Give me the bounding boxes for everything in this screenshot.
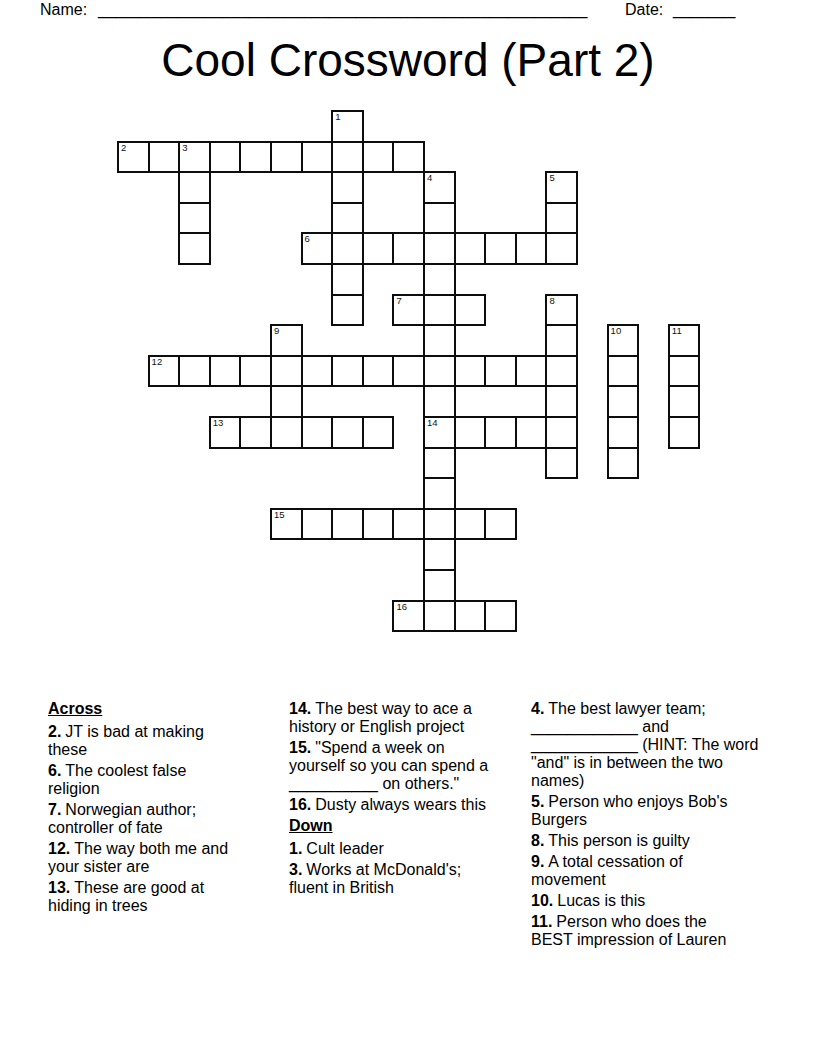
clue-text: "Spend a week on yourself so you can spe… xyxy=(289,739,488,792)
clue-number: 7. xyxy=(48,801,61,818)
clue-number: 11. xyxy=(531,913,552,930)
clue-across-2: 2.JT is bad at making these xyxy=(48,723,290,759)
clue-text: Lucas is this xyxy=(557,892,645,909)
clue-text: The best way to ace a history or English… xyxy=(289,700,472,735)
clue-column-3: 4.The best lawyer team; ____________ and… xyxy=(531,700,773,952)
clue-number: 12. xyxy=(48,840,70,857)
date-label: Date: xyxy=(625,1,663,19)
grid-cell-r4c10[interactable] xyxy=(423,232,456,265)
grid-cell-r4c14[interactable] xyxy=(545,232,578,265)
grid-cell-r11c10[interactable] xyxy=(423,447,456,480)
grid-cell-r8c7[interactable] xyxy=(331,355,364,388)
clue-number: 10. xyxy=(531,892,553,909)
across-header: Across xyxy=(48,700,290,718)
cell-number-16: 16 xyxy=(396,602,407,612)
grid-cell-r1c5[interactable] xyxy=(270,141,303,174)
clue-number: 5. xyxy=(531,793,544,810)
clue-down-4: 4.The best lawyer team; ____________ and… xyxy=(531,700,773,790)
clue-number: 14. xyxy=(289,700,311,717)
grid-cell-r6c7[interactable] xyxy=(331,294,364,327)
grid-cell-r2c7[interactable] xyxy=(331,171,364,204)
clue-number: 6. xyxy=(48,762,61,779)
grid-cell-r11c16[interactable] xyxy=(607,447,640,480)
grid-cell-r3c10[interactable] xyxy=(423,202,456,235)
grid-cell-r1c4[interactable] xyxy=(239,141,272,174)
grid-cell-r6c10[interactable] xyxy=(423,294,456,327)
name-blank-line: ________________________________________… xyxy=(98,1,587,19)
cell-number-14: 14 xyxy=(427,418,438,428)
clue-number: 8. xyxy=(531,832,544,849)
down-header: Down xyxy=(289,817,531,835)
clue-text: The way both me and your sister are xyxy=(48,840,228,875)
grid-cell-r8c5[interactable] xyxy=(270,355,303,388)
grid-cell-r14c10[interactable] xyxy=(423,538,456,571)
cell-number-1: 1 xyxy=(335,112,340,122)
clue-number: 15. xyxy=(289,739,311,756)
grid-cell-r10c11[interactable] xyxy=(454,416,487,449)
page-title: Cool Crossword (Part 2) xyxy=(0,34,816,86)
clue-number: 3. xyxy=(289,861,302,878)
cell-number-5: 5 xyxy=(549,173,554,183)
grid-cell-r8c14[interactable] xyxy=(545,355,578,388)
clue-number: 1. xyxy=(289,840,302,857)
grid-cell-r8c16[interactable] xyxy=(607,355,640,388)
grid-cell-r13c12[interactable] xyxy=(484,508,517,541)
clue-text: The coolest false religion xyxy=(48,762,186,797)
clue-down-3: 3.Works at McDonald's; fluent in British xyxy=(289,861,531,897)
grid-cell-r4c11[interactable] xyxy=(454,232,487,265)
cell-number-6: 6 xyxy=(305,234,310,244)
grid-cell-r12c10[interactable] xyxy=(423,477,456,510)
grid-cell-r10c8[interactable] xyxy=(362,416,395,449)
cell-number-15: 15 xyxy=(274,510,285,520)
clue-text: The best lawyer team; ____________ and _… xyxy=(531,700,758,789)
grid-cell-r10c12[interactable] xyxy=(484,416,517,449)
clue-text: Cult leader xyxy=(306,840,383,857)
cell-number-13: 13 xyxy=(213,418,224,428)
grid-cell-r5c10[interactable] xyxy=(423,263,456,296)
grid-cell-r13c6[interactable] xyxy=(301,508,334,541)
grid-cell-r1c6[interactable] xyxy=(301,141,334,174)
clue-text: Person who enjoys Bob's Burgers xyxy=(531,793,728,828)
clue-across-12: 12.The way both me and your sister are xyxy=(48,840,290,876)
clue-down-8: 8.This person is guilty xyxy=(531,832,773,850)
clue-across-16: 16.Dusty always wears this xyxy=(289,796,531,814)
clue-number: 2. xyxy=(48,723,61,740)
grid-cell-r13c8[interactable] xyxy=(362,508,395,541)
grid-cell-r10c7[interactable] xyxy=(331,416,364,449)
grid-cell-r8c12[interactable] xyxy=(484,355,517,388)
grid-cell-r10c6[interactable] xyxy=(301,416,334,449)
grid-cell-r9c14[interactable] xyxy=(545,385,578,418)
clue-across-14: 14.The best way to ace a history or Engl… xyxy=(289,700,531,736)
grid-cell-r1c9[interactable] xyxy=(392,141,425,174)
grid-cell-r7c14[interactable] xyxy=(545,324,578,357)
grid-cell-r3c2[interactable] xyxy=(178,202,211,235)
cell-number-7: 7 xyxy=(396,296,401,306)
down-clues-part2: 4.The best lawyer team; ____________ and… xyxy=(531,700,773,949)
grid-cell-r1c8[interactable] xyxy=(362,141,395,174)
clue-column-2: 14.The best way to ace a history or Engl… xyxy=(289,700,531,900)
grid-cell-r8c9[interactable] xyxy=(392,355,425,388)
date-blank-line: _______ xyxy=(673,1,735,19)
grid-cell-r8c8[interactable] xyxy=(362,355,395,388)
grid-cell-r1c3[interactable] xyxy=(209,141,242,174)
grid-cell-r1c1[interactable] xyxy=(148,141,181,174)
grid-cell-r8c3[interactable] xyxy=(209,355,242,388)
grid-cell-r11c14[interactable] xyxy=(545,447,578,480)
grid-cell-r4c12[interactable] xyxy=(484,232,517,265)
clue-number: 13. xyxy=(48,879,70,896)
clue-down-5: 5.Person who enjoys Bob's Burgers xyxy=(531,793,773,829)
grid-cell-r10c13[interactable] xyxy=(515,416,548,449)
grid-cell-r16c12[interactable] xyxy=(484,600,517,633)
cell-number-10: 10 xyxy=(611,326,622,336)
grid-cell-r2c2[interactable] xyxy=(178,171,211,204)
grid-cell-r13c10[interactable] xyxy=(423,508,456,541)
clue-down-9: 9.A total cessation of movement xyxy=(531,853,773,889)
grid-cell-r8c10[interactable] xyxy=(423,355,456,388)
grid-cell-r9c18[interactable] xyxy=(668,385,701,418)
grid-cell-r13c11[interactable] xyxy=(454,508,487,541)
name-label: Name: xyxy=(40,1,87,19)
clue-across-15: 15."Spend a week on yourself so you can … xyxy=(289,739,531,793)
clue-text: Works at McDonald's; fluent in British xyxy=(289,861,461,896)
grid-cell-r8c13[interactable] xyxy=(515,355,548,388)
grid-cell-r8c2[interactable] xyxy=(178,355,211,388)
grid-cell-r13c7[interactable] xyxy=(331,508,364,541)
grid-cell-r9c10[interactable] xyxy=(423,385,456,418)
grid-cell-r5c7[interactable] xyxy=(331,263,364,296)
grid-cell-r9c16[interactable] xyxy=(607,385,640,418)
grid-cell-r7c10[interactable] xyxy=(423,324,456,357)
grid-cell-r16c11[interactable] xyxy=(454,600,487,633)
cell-number-9: 9 xyxy=(274,326,279,336)
clue-text: Norwegian author; controller of fate xyxy=(48,801,196,836)
down-clues-part1: 1.Cult leader3.Works at McDonald's; flue… xyxy=(289,840,531,897)
clue-across-7: 7.Norwegian author; controller of fate xyxy=(48,801,290,837)
crossword-grid: 12345678910111213141516 xyxy=(117,110,701,634)
cell-number-4: 4 xyxy=(427,173,432,183)
grid-cell-r10c16[interactable] xyxy=(607,416,640,449)
cell-number-3: 3 xyxy=(182,143,187,153)
grid-cell-r10c18[interactable] xyxy=(668,416,701,449)
grid-cell-r4c13[interactable] xyxy=(515,232,548,265)
cell-number-8: 8 xyxy=(549,296,554,306)
clue-text: A total cessation of movement xyxy=(531,853,683,888)
clue-across-6: 6.The coolest false religion xyxy=(48,762,290,798)
grid-cell-r3c14[interactable] xyxy=(545,202,578,235)
clue-down-10: 10.Lucas is this xyxy=(531,892,773,910)
grid-cell-r6c11[interactable] xyxy=(454,294,487,327)
clue-text: This person is guilty xyxy=(548,832,689,849)
clue-number: 16. xyxy=(289,796,311,813)
crossword-worksheet-page: { "page": { "name_label": "Name:", "name… xyxy=(0,0,816,1056)
grid-cell-r13c9[interactable] xyxy=(392,508,425,541)
grid-cell-r4c9[interactable] xyxy=(392,232,425,265)
grid-cell-r10c5[interactable] xyxy=(270,416,303,449)
grid-cell-r4c8[interactable] xyxy=(362,232,395,265)
grid-cell-r1c7[interactable] xyxy=(331,141,364,174)
grid-cell-r8c11[interactable] xyxy=(454,355,487,388)
clue-text: These are good at hiding in trees xyxy=(48,879,204,914)
clue-text: JT is bad at making these xyxy=(48,723,204,758)
grid-cell-r4c2[interactable] xyxy=(178,232,211,265)
clue-down-1: 1.Cult leader xyxy=(289,840,531,858)
grid-cell-r10c4[interactable] xyxy=(239,416,272,449)
grid-cell-r3c7[interactable] xyxy=(331,202,364,235)
across-clues-part1: 2.JT is bad at making these6.The coolest… xyxy=(48,723,290,915)
clue-text: Person who does the BEST impression of L… xyxy=(531,913,726,948)
cell-number-12: 12 xyxy=(152,357,163,367)
grid-cell-r8c6[interactable] xyxy=(301,355,334,388)
clue-down-11: 11.Person who does the BEST impression o… xyxy=(531,913,773,949)
grid-cell-r8c4[interactable] xyxy=(239,355,272,388)
cell-number-2: 2 xyxy=(121,143,126,153)
grid-cell-r16c10[interactable] xyxy=(423,600,456,633)
grid-cell-r4c7[interactable] xyxy=(331,232,364,265)
grid-cell-r15c10[interactable] xyxy=(423,569,456,602)
clue-column-1: Across 2.JT is bad at making these6.The … xyxy=(48,700,290,918)
clue-number: 4. xyxy=(531,700,544,717)
clue-text: Dusty always wears this xyxy=(315,796,486,813)
grid-cell-r10c14[interactable] xyxy=(545,416,578,449)
clue-across-13: 13.These are good at hiding in trees xyxy=(48,879,290,915)
clue-number: 9. xyxy=(531,853,544,870)
across-clues-part2: 14.The best way to ace a history or Engl… xyxy=(289,700,531,814)
grid-cell-r9c5[interactable] xyxy=(270,385,303,418)
cell-number-11: 11 xyxy=(672,326,682,336)
grid-cell-r8c18[interactable] xyxy=(668,355,701,388)
